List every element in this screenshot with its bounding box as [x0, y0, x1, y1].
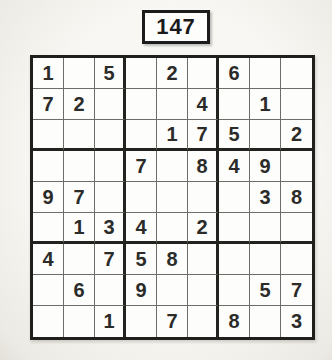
cell-r1c3[interactable]: 5	[95, 58, 126, 89]
cell-r8c4[interactable]: 9	[126, 275, 157, 306]
cell-r6c9[interactable]	[281, 213, 312, 244]
cell-r9c4[interactable]	[126, 306, 157, 337]
cell-r6c4[interactable]: 4	[126, 213, 157, 244]
cell-r1c5[interactable]: 2	[157, 58, 188, 89]
cell-r2c8[interactable]: 1	[250, 89, 281, 120]
cell-r5c8[interactable]: 3	[250, 182, 281, 213]
cell-r8c8[interactable]: 5	[250, 275, 281, 306]
cell-r3c4[interactable]	[126, 120, 157, 151]
cell-r9c2[interactable]	[64, 306, 95, 337]
cell-r5c7[interactable]	[219, 182, 250, 213]
cell-r2c9[interactable]	[281, 89, 312, 120]
cell-r9c1[interactable]	[33, 306, 64, 337]
cell-r3c7[interactable]: 5	[219, 120, 250, 151]
puzzle-number-box: 147	[142, 10, 210, 44]
cell-r1c4[interactable]	[126, 58, 157, 89]
cell-r7c5[interactable]: 8	[157, 244, 188, 275]
cell-r5c5[interactable]	[157, 182, 188, 213]
cell-r7c1[interactable]: 4	[33, 244, 64, 275]
cell-r7c3[interactable]: 7	[95, 244, 126, 275]
cell-r3c6[interactable]: 7	[188, 120, 219, 151]
cell-r7c4[interactable]: 5	[126, 244, 157, 275]
cell-r8c2[interactable]: 6	[64, 275, 95, 306]
cell-r7c7[interactable]	[219, 244, 250, 275]
cell-r4c7[interactable]: 4	[219, 151, 250, 182]
cell-r4c4[interactable]: 7	[126, 151, 157, 182]
cell-r9c6[interactable]	[188, 306, 219, 337]
cell-r9c3[interactable]: 1	[95, 306, 126, 337]
cell-r5c2[interactable]: 7	[64, 182, 95, 213]
cell-r6c5[interactable]	[157, 213, 188, 244]
cell-r2c3[interactable]	[95, 89, 126, 120]
cell-r4c5[interactable]	[157, 151, 188, 182]
cell-r1c2[interactable]	[64, 58, 95, 89]
cell-r6c1[interactable]	[33, 213, 64, 244]
cell-r5c1[interactable]: 9	[33, 182, 64, 213]
cell-r8c5[interactable]	[157, 275, 188, 306]
cell-r5c4[interactable]	[126, 182, 157, 213]
cell-r2c7[interactable]	[219, 89, 250, 120]
cell-r5c9[interactable]: 8	[281, 182, 312, 213]
cell-r6c6[interactable]: 2	[188, 213, 219, 244]
cell-r8c9[interactable]: 7	[281, 275, 312, 306]
cell-r3c5[interactable]: 1	[157, 120, 188, 151]
cell-r1c6[interactable]	[188, 58, 219, 89]
cell-r2c1[interactable]: 7	[33, 89, 64, 120]
cell-r3c9[interactable]: 2	[281, 120, 312, 151]
cell-r8c7[interactable]	[219, 275, 250, 306]
cell-r4c3[interactable]	[95, 151, 126, 182]
cell-r8c1[interactable]	[33, 275, 64, 306]
cell-r7c9[interactable]	[281, 244, 312, 275]
cell-r2c2[interactable]: 2	[64, 89, 95, 120]
cell-r9c5[interactable]: 7	[157, 306, 188, 337]
cell-r6c8[interactable]	[250, 213, 281, 244]
cell-r4c2[interactable]	[64, 151, 95, 182]
cell-r7c6[interactable]	[188, 244, 219, 275]
cell-r6c3[interactable]: 3	[95, 213, 126, 244]
cell-r1c9[interactable]	[281, 58, 312, 89]
cell-r4c6[interactable]: 8	[188, 151, 219, 182]
cell-r1c7[interactable]: 6	[219, 58, 250, 89]
cell-r9c8[interactable]	[250, 306, 281, 337]
cell-r4c8[interactable]: 9	[250, 151, 281, 182]
cell-r4c1[interactable]	[33, 151, 64, 182]
cell-r7c8[interactable]	[250, 244, 281, 275]
cell-r1c1[interactable]: 1	[33, 58, 64, 89]
cell-r4c9[interactable]	[281, 151, 312, 182]
cell-r9c9[interactable]: 3	[281, 306, 312, 337]
cell-r6c2[interactable]: 1	[64, 213, 95, 244]
cell-r5c3[interactable]	[95, 182, 126, 213]
cell-r2c6[interactable]: 4	[188, 89, 219, 120]
cell-r3c1[interactable]	[33, 120, 64, 151]
cell-r9c7[interactable]: 8	[219, 306, 250, 337]
cell-r1c8[interactable]	[250, 58, 281, 89]
cell-r7c2[interactable]	[64, 244, 95, 275]
cell-r8c3[interactable]	[95, 275, 126, 306]
cell-r2c4[interactable]	[126, 89, 157, 120]
cell-r3c8[interactable]	[250, 120, 281, 151]
cell-r3c3[interactable]	[95, 120, 126, 151]
cell-r3c2[interactable]	[64, 120, 95, 151]
cell-r8c6[interactable]	[188, 275, 219, 306]
cell-r2c5[interactable]	[157, 89, 188, 120]
puzzle-number: 147	[156, 14, 196, 40]
cell-r5c6[interactable]	[188, 182, 219, 213]
sudoku-board: 152672411752784997381342475869571783	[30, 55, 315, 340]
cell-r6c7[interactable]	[219, 213, 250, 244]
